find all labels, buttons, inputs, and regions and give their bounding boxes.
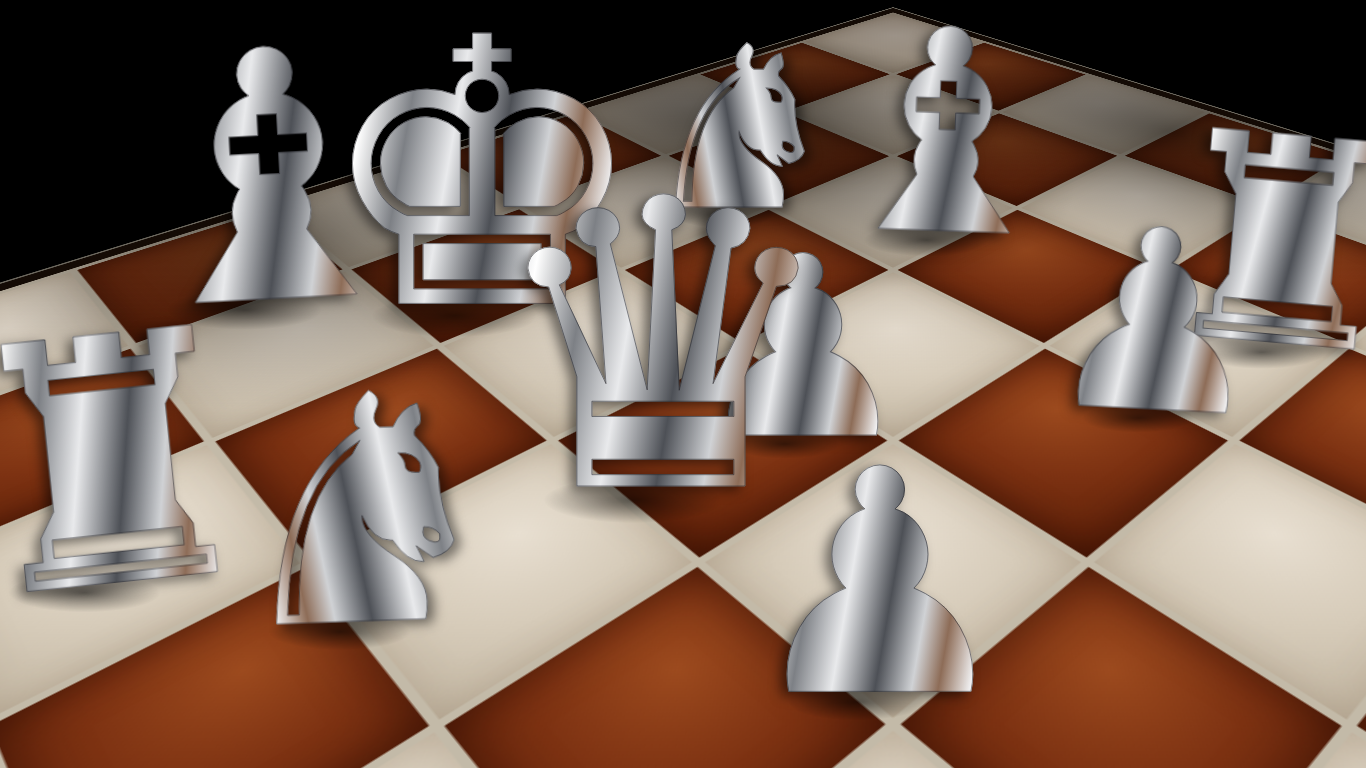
pawn-e4-glyph: ♟ xyxy=(741,429,1019,739)
piece-knight-c2: ♞ xyxy=(222,632,504,768)
knight-c2-glyph: ♞ xyxy=(216,350,509,675)
pieces-layer: ♜♝♚♞♛♟♝♞♟♟♜ xyxy=(0,0,1366,768)
pawn-e6-glyph: ♟ xyxy=(1039,192,1276,453)
piece-pawn-e4: ♟ xyxy=(741,702,1019,768)
piece-pawn-e6: ♟ xyxy=(1045,418,1269,668)
chess-3d-scene: ♜♝♚♞♛♟♝♞♟♟♜ xyxy=(0,0,1366,768)
